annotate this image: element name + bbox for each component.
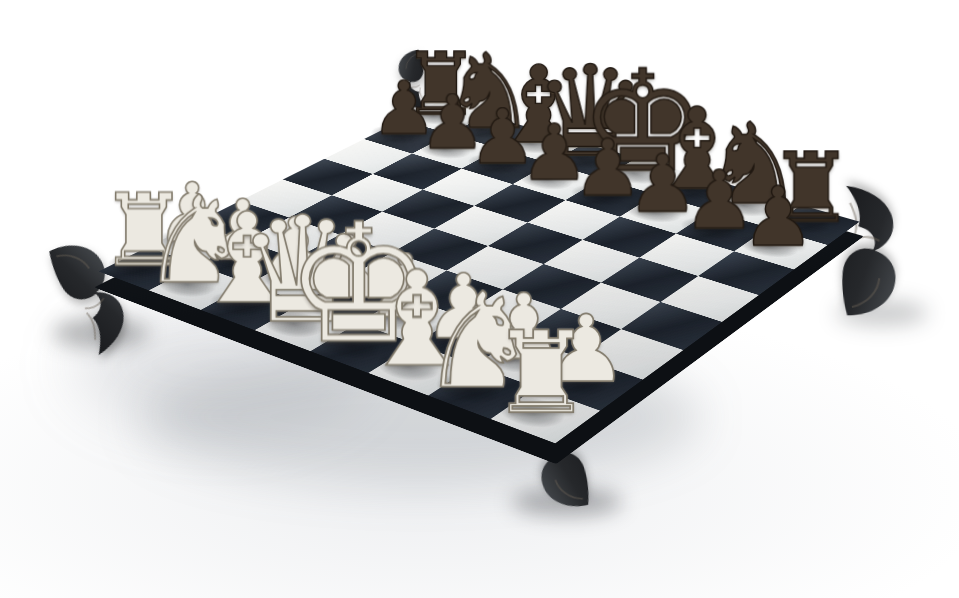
product-photo-scene: ♜♞♝♛♚♝♞♜♟♟♟♟♟♟♟♟♟♟♟♟♟♟♟♟♜♞♝♛♚♝♞♜ [0,0,959,598]
chess-board: ♜♞♝♛♚♝♞♜♟♟♟♟♟♟♟♟♟♟♟♟♟♟♟♟♜♞♝♛♚♝♞♜ [99,102,860,444]
perspective-wrapper: ♜♞♝♛♚♝♞♜♟♟♟♟♟♟♟♟♟♟♟♟♟♟♟♟♜♞♝♛♚♝♞♜ [0,0,959,598]
piece-bP-h7[interactable]: ♟ [708,184,849,250]
piece-wR-h1[interactable]: ♜ [460,327,622,418]
